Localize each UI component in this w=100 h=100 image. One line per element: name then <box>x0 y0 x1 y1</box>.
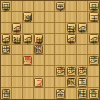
square-86[interactable] <box>12 55 23 66</box>
piece-gote-pawn[interactable]: 歩 <box>78 23 87 32</box>
square-79[interactable] <box>23 88 34 99</box>
square-93[interactable] <box>1 23 12 34</box>
square-67[interactable] <box>34 66 45 77</box>
piece-gote-pawn[interactable]: 歩 <box>23 34 32 43</box>
square-61[interactable] <box>34 1 45 12</box>
square-55[interactable] <box>45 45 56 56</box>
square-69[interactable] <box>34 88 45 99</box>
piece-sente-pawn[interactable]: 歩 <box>67 67 76 76</box>
square-15[interactable] <box>88 45 99 56</box>
lance-glyph: 香 <box>2 89 10 97</box>
piece-sente-pawn[interactable]: 歩 <box>2 45 11 54</box>
square-37[interactable]: 歩 <box>66 66 77 77</box>
piece-gote-gold[interactable]: 金 <box>56 2 65 11</box>
rook-glyph: 飛 <box>13 35 21 43</box>
square-59[interactable] <box>45 88 56 99</box>
king-glyph: 王 <box>90 13 98 21</box>
square-63[interactable] <box>34 23 45 34</box>
pawn-glyph: 歩 <box>2 35 10 43</box>
square-99[interactable]: 香 <box>1 88 12 99</box>
pawn-glyph: 歩 <box>67 67 75 75</box>
square-96[interactable] <box>1 55 12 66</box>
square-95[interactable]: 歩 <box>1 45 12 56</box>
square-91[interactable]: 香 <box>1 1 12 12</box>
square-87[interactable] <box>12 66 23 77</box>
square-48[interactable] <box>55 77 66 88</box>
piece-gote-king[interactable]: 王 <box>89 12 99 21</box>
square-34[interactable]: 歩 <box>66 34 77 45</box>
square-18[interactable] <box>88 77 99 88</box>
square-31[interactable] <box>66 1 77 12</box>
silver-glyph: 銀 <box>24 13 32 21</box>
piece-gote-pawn[interactable]: 歩 <box>67 34 76 43</box>
square-32[interactable] <box>66 12 77 23</box>
square-28[interactable]: 玉 <box>77 77 88 88</box>
piece-gote-silver[interactable]: 銀 <box>23 12 32 21</box>
square-43[interactable] <box>55 23 66 34</box>
square-73[interactable] <box>23 23 34 34</box>
piece-gote-bishop[interactable]: 角 <box>34 34 43 43</box>
bishop-glyph: 角 <box>35 35 43 43</box>
piece-gote-pawn[interactable]: 歩 <box>12 23 21 32</box>
square-71[interactable] <box>23 1 34 12</box>
square-39[interactable] <box>66 88 77 99</box>
pawn-glyph: 歩 <box>24 35 32 43</box>
square-46[interactable] <box>55 55 66 66</box>
gold-glyph: 金 <box>56 89 64 97</box>
square-26[interactable] <box>77 55 88 66</box>
piece-gote-rook[interactable]: 飛 <box>12 34 21 43</box>
square-58[interactable] <box>45 77 56 88</box>
shogi-board: 香金香銀王歩桂歩歩飛歩角歩歩歩銀馬歩歩歩歩と銀玉香金桂香 <box>0 0 100 100</box>
square-11[interactable]: 香 <box>88 1 99 12</box>
piece-gote-lance[interactable]: 香 <box>89 2 99 11</box>
square-72[interactable]: 銀 <box>23 12 34 23</box>
square-13[interactable] <box>88 23 99 34</box>
piece-sente-knight[interactable]: 桂 <box>78 89 87 99</box>
square-88[interactable] <box>12 77 23 88</box>
square-83[interactable]: 歩 <box>12 23 23 34</box>
square-29[interactable]: 桂 <box>77 88 88 99</box>
piece-sente-king[interactable]: 玉 <box>78 78 87 87</box>
pawn-glyph: 歩 <box>90 35 98 43</box>
pawn-glyph: 歩 <box>13 24 21 32</box>
piece-sente-lance[interactable]: 香 <box>2 89 11 99</box>
square-38[interactable]: 銀 <box>66 77 77 88</box>
lance-glyph: 香 <box>2 2 10 10</box>
square-56[interactable] <box>45 55 56 66</box>
square-49[interactable]: 金 <box>55 88 66 99</box>
square-23[interactable]: 歩 <box>77 23 88 34</box>
silver-glyph: 銀 <box>35 45 43 53</box>
square-42[interactable] <box>55 12 66 23</box>
piece-gote-knight[interactable]: 桂 <box>67 23 76 32</box>
pawn-glyph: 歩 <box>2 45 10 53</box>
square-65[interactable]: 銀 <box>34 45 45 56</box>
square-64[interactable]: 角 <box>34 34 45 45</box>
square-57[interactable] <box>45 66 56 77</box>
pawn-glyph: 歩 <box>78 67 86 75</box>
piece-sente-silver[interactable]: 銀 <box>34 45 43 54</box>
square-84[interactable]: 飛 <box>12 34 23 45</box>
piece-gote-pawn[interactable]: 歩 <box>89 34 99 43</box>
square-51[interactable] <box>45 1 56 12</box>
square-17[interactable] <box>88 66 99 77</box>
piece-sente-pawn[interactable]: 歩 <box>56 67 65 76</box>
square-85[interactable] <box>12 45 23 56</box>
piece-sente-gold[interactable]: 金 <box>56 89 65 99</box>
square-78[interactable] <box>23 77 34 88</box>
pawn-glyph: 歩 <box>67 35 75 43</box>
square-82[interactable] <box>12 12 23 23</box>
square-41[interactable]: 金 <box>55 1 66 12</box>
square-24[interactable] <box>77 34 88 45</box>
promoted-bishop-glyph: 馬 <box>24 56 32 64</box>
square-44[interactable] <box>55 34 66 45</box>
king-glyph: 玉 <box>78 78 86 86</box>
square-25[interactable] <box>77 45 88 56</box>
square-36[interactable] <box>66 55 77 66</box>
piece-sente-pawn[interactable]: 歩 <box>89 56 99 65</box>
promoted-pawn-glyph: と <box>35 79 43 87</box>
square-81[interactable] <box>12 1 23 12</box>
square-77[interactable] <box>23 66 34 77</box>
piece-gote-lance[interactable]: 香 <box>2 2 11 11</box>
piece-sente-pawn[interactable]: 歩 <box>78 67 87 76</box>
piece-gote-pawn[interactable]: 歩 <box>2 34 11 43</box>
square-45[interactable] <box>55 45 66 56</box>
square-92[interactable] <box>1 12 12 23</box>
pawn-glyph: 歩 <box>56 67 64 75</box>
knight-glyph: 桂 <box>78 89 86 97</box>
square-54[interactable] <box>45 34 56 45</box>
lance-glyph: 香 <box>90 2 98 10</box>
square-66[interactable] <box>34 55 45 66</box>
gold-glyph: 金 <box>56 2 64 10</box>
square-98[interactable] <box>1 77 12 88</box>
square-12[interactable]: 王 <box>88 12 99 23</box>
square-62[interactable] <box>34 12 45 23</box>
piece-sente-promoted-bishop[interactable]: 馬 <box>23 56 32 65</box>
square-76[interactable]: 馬 <box>23 55 34 66</box>
square-75[interactable] <box>23 45 34 56</box>
square-97[interactable] <box>1 66 12 77</box>
piece-gote-promoted-pawn[interactable]: と <box>34 78 43 87</box>
square-74[interactable]: 歩 <box>23 34 34 45</box>
square-16[interactable]: 歩 <box>88 55 99 66</box>
square-19[interactable]: 香 <box>88 88 99 99</box>
square-21[interactable] <box>77 1 88 12</box>
square-52[interactable] <box>45 12 56 23</box>
square-22[interactable] <box>77 12 88 23</box>
piece-sente-lance[interactable]: 香 <box>89 89 99 99</box>
square-33[interactable]: 桂 <box>66 23 77 34</box>
knight-glyph: 桂 <box>67 24 75 32</box>
square-53[interactable] <box>45 23 56 34</box>
square-94[interactable]: 歩 <box>1 34 12 45</box>
silver-glyph: 銀 <box>67 78 75 86</box>
lance-glyph: 香 <box>90 89 98 97</box>
square-89[interactable] <box>12 88 23 99</box>
square-14[interactable]: 歩 <box>88 34 99 45</box>
square-27[interactable]: 歩 <box>77 66 88 77</box>
square-35[interactable] <box>66 45 77 56</box>
pawn-glyph: 歩 <box>90 56 98 64</box>
square-68[interactable]: と <box>34 77 45 88</box>
pawn-glyph: 歩 <box>78 24 86 32</box>
piece-sente-silver[interactable]: 銀 <box>67 78 76 87</box>
square-47[interactable]: 歩 <box>55 66 66 77</box>
